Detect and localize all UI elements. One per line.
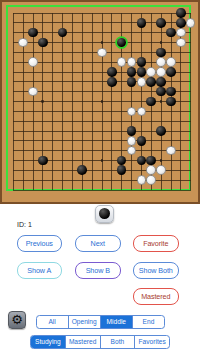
black-stone	[166, 28, 176, 38]
white-stone	[127, 136, 137, 146]
black-stone	[127, 67, 137, 77]
segment-middle[interactable]: Middle	[101, 316, 133, 328]
segment-studying[interactable]: Studying	[31, 336, 66, 348]
grid-line	[13, 180, 191, 181]
grid-line	[131, 13, 132, 191]
show-b-button[interactable]: Show B	[75, 262, 121, 279]
black-stone	[137, 18, 147, 28]
grid-line	[13, 121, 191, 122]
turn-stone-button[interactable]	[95, 205, 114, 223]
app-screen: ID: 1 Previous Next Favorite Show A Show…	[0, 0, 200, 355]
show-a-button[interactable]: Show A	[17, 262, 63, 279]
next-button[interactable]: Next	[75, 235, 121, 252]
filter-segmented-control: Studying Mastered Both Favorites	[30, 335, 170, 349]
black-stone	[137, 57, 147, 67]
white-stone	[156, 57, 166, 67]
mastered-button[interactable]: Mastered	[133, 288, 179, 305]
black-stone	[137, 67, 147, 77]
white-stone	[176, 28, 186, 38]
black-stone	[107, 77, 117, 87]
favorite-button[interactable]: Favorite	[133, 235, 179, 252]
white-stone	[146, 175, 156, 185]
show-both-button[interactable]: Show Both	[133, 262, 179, 279]
grid-line	[13, 150, 191, 151]
black-stone	[166, 97, 176, 107]
black-stone	[156, 77, 166, 87]
white-stone	[137, 77, 147, 87]
white-stone	[146, 67, 156, 77]
black-stone	[28, 28, 38, 38]
segment-opening[interactable]: Opening	[69, 316, 101, 328]
go-board[interactable]	[0, 0, 200, 204]
black-stone	[137, 136, 147, 146]
previous-button[interactable]: Previous	[17, 235, 63, 252]
grid-line	[13, 190, 191, 191]
black-stone	[38, 38, 48, 48]
grid-line	[190, 13, 191, 191]
white-stone	[137, 107, 147, 117]
segment-mastered[interactable]: Mastered	[66, 336, 101, 348]
white-stone	[156, 165, 166, 175]
black-stone	[146, 97, 156, 107]
white-stone	[156, 67, 166, 77]
black-stone	[127, 126, 137, 136]
problem-id-label: ID: 1	[17, 221, 32, 228]
phase-segmented-control: All Opening Middle End	[36, 315, 166, 329]
black-stone	[38, 156, 48, 166]
black-stone	[166, 67, 176, 77]
segment-all[interactable]: All	[37, 316, 69, 328]
white-stone	[97, 48, 107, 58]
white-stone	[146, 165, 156, 175]
black-stone	[146, 77, 156, 87]
segment-favorites[interactable]: Favorites	[135, 336, 169, 348]
black-stone-icon	[99, 208, 111, 220]
white-stone	[127, 57, 137, 67]
white-stone	[166, 146, 176, 156]
black-stone	[127, 77, 137, 87]
black-stone	[77, 165, 87, 175]
black-stone	[156, 18, 166, 28]
black-stone	[156, 48, 166, 58]
grid-line	[13, 140, 191, 141]
grid-line	[111, 13, 112, 191]
segment-end[interactable]: End	[133, 316, 164, 328]
black-stone	[176, 8, 186, 18]
black-stone	[146, 156, 156, 166]
star-point	[101, 100, 104, 103]
black-stone	[107, 67, 117, 77]
gear-icon: ⚙	[11, 313, 23, 326]
settings-button[interactable]: ⚙	[8, 311, 26, 329]
white-stone	[28, 87, 38, 97]
white-stone	[166, 57, 176, 67]
grid-line	[13, 111, 191, 112]
star-point	[101, 41, 104, 44]
white-stone	[18, 38, 28, 48]
white-stone	[186, 18, 196, 28]
black-stone	[176, 18, 186, 28]
star-point	[101, 159, 104, 162]
segment-both[interactable]: Both	[101, 336, 136, 348]
white-stone	[28, 57, 38, 67]
white-stone	[176, 38, 186, 48]
black-stone	[166, 87, 176, 97]
black-stone	[156, 126, 166, 136]
white-stone	[137, 175, 147, 185]
